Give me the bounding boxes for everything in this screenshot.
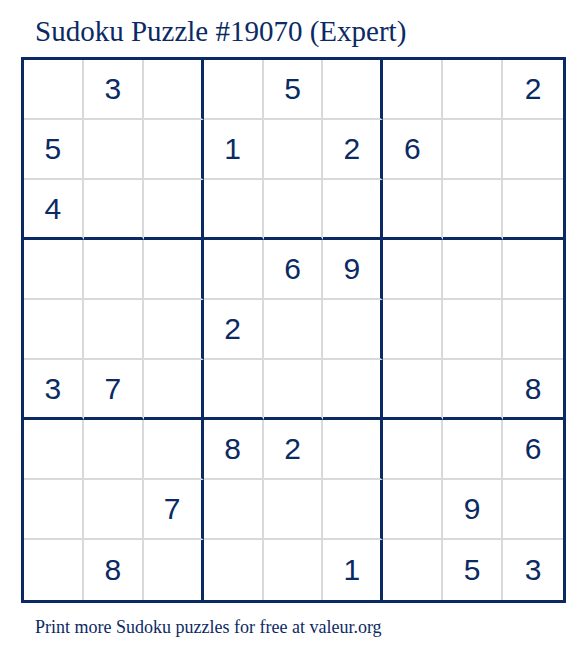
cell-r6-c7 bbox=[383, 360, 443, 420]
cell-r5-c3 bbox=[144, 300, 204, 360]
cell-r3-c8 bbox=[443, 180, 503, 240]
cell-r7-c7 bbox=[383, 420, 443, 480]
cell-r9-c2: 8 bbox=[84, 540, 144, 600]
cell-r8-c3: 7 bbox=[144, 480, 204, 540]
cell-r6-c6 bbox=[323, 360, 383, 420]
cell-r9-c5 bbox=[264, 540, 324, 600]
cell-r4-c2 bbox=[84, 240, 144, 300]
cell-r3-c5 bbox=[264, 180, 324, 240]
cell-r2-c5 bbox=[264, 120, 324, 180]
cell-r1-c2: 3 bbox=[84, 60, 144, 120]
cell-r4-c3 bbox=[144, 240, 204, 300]
cell-r2-c4: 1 bbox=[204, 120, 264, 180]
cell-r8-c5 bbox=[264, 480, 324, 540]
cell-r7-c4: 8 bbox=[204, 420, 264, 480]
cell-r4-c9 bbox=[503, 240, 563, 300]
cell-r5-c9 bbox=[503, 300, 563, 360]
cell-r7-c9: 6 bbox=[503, 420, 563, 480]
cell-r1-c1 bbox=[24, 60, 84, 120]
cell-r1-c4 bbox=[204, 60, 264, 120]
footer-text: Print more Sudoku puzzles for free at va… bbox=[35, 615, 382, 639]
cell-r4-c6: 9 bbox=[323, 240, 383, 300]
cell-r5-c1 bbox=[24, 300, 84, 360]
cell-r3-c3 bbox=[144, 180, 204, 240]
cell-r9-c6: 1 bbox=[323, 540, 383, 600]
cell-r1-c8 bbox=[443, 60, 503, 120]
cell-r6-c2: 7 bbox=[84, 360, 144, 420]
cell-r9-c1 bbox=[24, 540, 84, 600]
cell-r7-c1 bbox=[24, 420, 84, 480]
cell-r9-c9: 3 bbox=[503, 540, 563, 600]
cell-r8-c1 bbox=[24, 480, 84, 540]
cell-r6-c3 bbox=[144, 360, 204, 420]
cell-r3-c9 bbox=[503, 180, 563, 240]
cell-r9-c3 bbox=[144, 540, 204, 600]
cell-r7-c2 bbox=[84, 420, 144, 480]
cell-r5-c6 bbox=[323, 300, 383, 360]
cell-r1-c7 bbox=[383, 60, 443, 120]
cell-r6-c8 bbox=[443, 360, 503, 420]
sudoku-board: 35251264692378826798153 bbox=[21, 57, 566, 603]
cell-r1-c6 bbox=[323, 60, 383, 120]
cell-r8-c2 bbox=[84, 480, 144, 540]
cell-r4-c4 bbox=[204, 240, 264, 300]
cell-r5-c5 bbox=[264, 300, 324, 360]
cell-r1-c5: 5 bbox=[264, 60, 324, 120]
cell-r6-c4 bbox=[204, 360, 264, 420]
cell-r4-c1 bbox=[24, 240, 84, 300]
cell-r5-c7 bbox=[383, 300, 443, 360]
cell-r7-c6 bbox=[323, 420, 383, 480]
cell-r8-c9 bbox=[503, 480, 563, 540]
cell-r2-c3 bbox=[144, 120, 204, 180]
cell-r2-c1: 5 bbox=[24, 120, 84, 180]
cell-r2-c8 bbox=[443, 120, 503, 180]
cell-r3-c4 bbox=[204, 180, 264, 240]
cell-r9-c4 bbox=[204, 540, 264, 600]
cell-r2-c9 bbox=[503, 120, 563, 180]
cell-r2-c7: 6 bbox=[383, 120, 443, 180]
cell-r4-c5: 6 bbox=[264, 240, 324, 300]
cell-r7-c5: 2 bbox=[264, 420, 324, 480]
cell-r4-c7 bbox=[383, 240, 443, 300]
cell-r8-c6 bbox=[323, 480, 383, 540]
cell-r1-c9: 2 bbox=[503, 60, 563, 120]
cell-r3-c1: 4 bbox=[24, 180, 84, 240]
cell-r3-c2 bbox=[84, 180, 144, 240]
cell-r6-c1: 3 bbox=[24, 360, 84, 420]
page-title: Sudoku Puzzle #19070 (Expert) bbox=[35, 14, 406, 48]
cell-r1-c3 bbox=[144, 60, 204, 120]
cell-r5-c8 bbox=[443, 300, 503, 360]
cell-r9-c7 bbox=[383, 540, 443, 600]
cell-r5-c4: 2 bbox=[204, 300, 264, 360]
cell-r8-c8: 9 bbox=[443, 480, 503, 540]
cell-r8-c7 bbox=[383, 480, 443, 540]
cell-r7-c8 bbox=[443, 420, 503, 480]
cell-r2-c6: 2 bbox=[323, 120, 383, 180]
cell-r6-c5 bbox=[264, 360, 324, 420]
cell-r6-c9: 8 bbox=[503, 360, 563, 420]
cell-r3-c6 bbox=[323, 180, 383, 240]
cell-r7-c3 bbox=[144, 420, 204, 480]
cell-r2-c2 bbox=[84, 120, 144, 180]
cell-r5-c2 bbox=[84, 300, 144, 360]
cell-r8-c4 bbox=[204, 480, 264, 540]
cell-r4-c8 bbox=[443, 240, 503, 300]
cell-r3-c7 bbox=[383, 180, 443, 240]
cell-r9-c8: 5 bbox=[443, 540, 503, 600]
